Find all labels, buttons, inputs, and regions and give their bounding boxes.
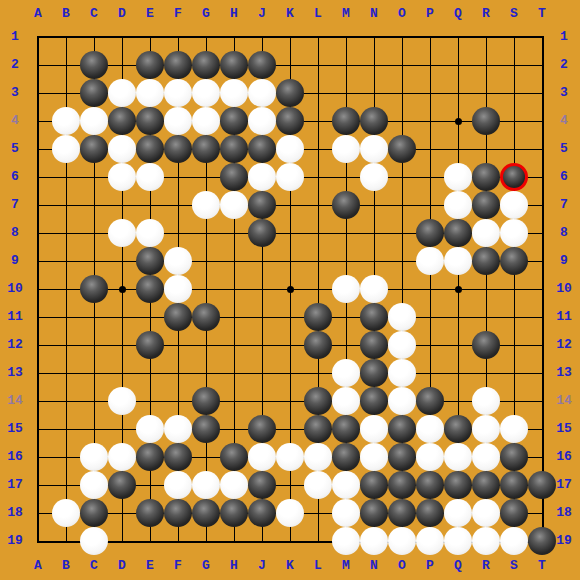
- white-stone-F3[interactable]: [164, 79, 192, 107]
- black-stone-R4[interactable]: [472, 107, 500, 135]
- white-stone-N6[interactable]: [360, 163, 388, 191]
- row-label-left-6: 6: [0, 169, 30, 185]
- row-label-left-3: 3: [0, 85, 30, 101]
- black-stone-N11[interactable]: [360, 303, 388, 331]
- col-label-bottom-F: F: [164, 558, 192, 574]
- black-stone-O5[interactable]: [388, 135, 416, 163]
- white-stone-L17[interactable]: [304, 471, 332, 499]
- black-stone-P8[interactable]: [416, 219, 444, 247]
- col-label-bottom-E: E: [136, 558, 164, 574]
- row-label-right-9: 9: [549, 253, 579, 269]
- white-stone-S7[interactable]: [500, 191, 528, 219]
- black-stone-T17[interactable]: [528, 471, 556, 499]
- black-stone-M7[interactable]: [332, 191, 360, 219]
- black-stone-C18[interactable]: [80, 499, 108, 527]
- row-label-left-16: 16: [0, 449, 30, 465]
- white-stone-M19[interactable]: [332, 527, 360, 555]
- row-label-right-18: 18: [549, 505, 579, 521]
- black-stone-H16[interactable]: [220, 443, 248, 471]
- row-label-right-5: 5: [549, 141, 579, 157]
- col-label-bottom-S: S: [500, 558, 528, 574]
- black-stone-R17[interactable]: [472, 471, 500, 499]
- white-stone-Q16[interactable]: [444, 443, 472, 471]
- star-point-K10: [287, 286, 294, 293]
- black-stone-K4[interactable]: [276, 107, 304, 135]
- white-stone-C19[interactable]: [80, 527, 108, 555]
- black-stone-J18[interactable]: [248, 499, 276, 527]
- black-stone-L12[interactable]: [304, 331, 332, 359]
- row-label-right-1: 1: [549, 29, 579, 45]
- black-stone-O16[interactable]: [388, 443, 416, 471]
- white-stone-R18[interactable]: [472, 499, 500, 527]
- black-stone-H18[interactable]: [220, 499, 248, 527]
- white-stone-C17[interactable]: [80, 471, 108, 499]
- white-stone-N16[interactable]: [360, 443, 388, 471]
- black-stone-E4[interactable]: [136, 107, 164, 135]
- go-board: AABBCCDDEEFFGGHHJJKKLLMMNNOOPPQQRRSSTT11…: [0, 0, 580, 580]
- black-stone-Q8[interactable]: [444, 219, 472, 247]
- col-label-top-D: D: [108, 6, 136, 22]
- white-stone-S8[interactable]: [500, 219, 528, 247]
- col-label-bottom-C: C: [80, 558, 108, 574]
- black-stone-J15[interactable]: [248, 415, 276, 443]
- col-label-top-B: B: [52, 6, 80, 22]
- white-stone-J6[interactable]: [248, 163, 276, 191]
- black-stone-H6[interactable]: [220, 163, 248, 191]
- col-label-top-S: S: [500, 6, 528, 22]
- black-stone-G11[interactable]: [192, 303, 220, 331]
- black-stone-N12[interactable]: [360, 331, 388, 359]
- white-stone-P19[interactable]: [416, 527, 444, 555]
- white-stone-M13[interactable]: [332, 359, 360, 387]
- col-label-bottom-K: K: [276, 558, 304, 574]
- row-label-left-10: 10: [0, 281, 30, 297]
- black-stone-T19[interactable]: [528, 527, 556, 555]
- col-label-top-L: L: [304, 6, 332, 22]
- black-stone-J8[interactable]: [248, 219, 276, 247]
- row-label-right-10: 10: [549, 281, 579, 297]
- black-stone-C2[interactable]: [80, 51, 108, 79]
- black-stone-R7[interactable]: [472, 191, 500, 219]
- white-stone-Q18[interactable]: [444, 499, 472, 527]
- row-label-left-13: 13: [0, 365, 30, 381]
- black-stone-E16[interactable]: [136, 443, 164, 471]
- white-stone-F15[interactable]: [164, 415, 192, 443]
- black-stone-N18[interactable]: [360, 499, 388, 527]
- row-label-right-14: 14: [549, 393, 579, 409]
- col-label-bottom-Q: Q: [444, 558, 472, 574]
- star-point-Q4: [455, 118, 462, 125]
- black-stone-C3[interactable]: [80, 79, 108, 107]
- black-stone-M15[interactable]: [332, 415, 360, 443]
- white-stone-E8[interactable]: [136, 219, 164, 247]
- white-stone-H7[interactable]: [220, 191, 248, 219]
- white-stone-J4[interactable]: [248, 107, 276, 135]
- white-stone-E6[interactable]: [136, 163, 164, 191]
- white-stone-M10[interactable]: [332, 275, 360, 303]
- white-stone-O13[interactable]: [388, 359, 416, 387]
- col-label-bottom-D: D: [108, 558, 136, 574]
- black-stone-N14[interactable]: [360, 387, 388, 415]
- white-stone-O12[interactable]: [388, 331, 416, 359]
- black-stone-N13[interactable]: [360, 359, 388, 387]
- black-stone-Q15[interactable]: [444, 415, 472, 443]
- row-label-right-2: 2: [549, 57, 579, 73]
- white-stone-N5[interactable]: [360, 135, 388, 163]
- black-stone-L15[interactable]: [304, 415, 332, 443]
- black-stone-J17[interactable]: [248, 471, 276, 499]
- black-stone-E10[interactable]: [136, 275, 164, 303]
- white-stone-B18[interactable]: [52, 499, 80, 527]
- white-stone-E3[interactable]: [136, 79, 164, 107]
- col-label-bottom-L: L: [304, 558, 332, 574]
- col-label-top-O: O: [388, 6, 416, 22]
- white-stone-K16[interactable]: [276, 443, 304, 471]
- row-label-left-7: 7: [0, 197, 30, 213]
- col-label-bottom-H: H: [220, 558, 248, 574]
- white-stone-O19[interactable]: [388, 527, 416, 555]
- row-label-left-8: 8: [0, 225, 30, 241]
- black-stone-Q17[interactable]: [444, 471, 472, 499]
- col-label-top-H: H: [220, 6, 248, 22]
- black-stone-M16[interactable]: [332, 443, 360, 471]
- row-label-right-3: 3: [549, 85, 579, 101]
- white-stone-B4[interactable]: [52, 107, 80, 135]
- col-label-bottom-B: B: [52, 558, 80, 574]
- white-stone-D14[interactable]: [108, 387, 136, 415]
- white-stone-J16[interactable]: [248, 443, 276, 471]
- col-label-top-K: K: [276, 6, 304, 22]
- black-stone-P18[interactable]: [416, 499, 444, 527]
- black-stone-M4[interactable]: [332, 107, 360, 135]
- black-stone-F16[interactable]: [164, 443, 192, 471]
- white-stone-D3[interactable]: [108, 79, 136, 107]
- black-stone-D17[interactable]: [108, 471, 136, 499]
- white-stone-Q6[interactable]: [444, 163, 472, 191]
- white-stone-N15[interactable]: [360, 415, 388, 443]
- black-stone-S18[interactable]: [500, 499, 528, 527]
- row-label-right-7: 7: [549, 197, 579, 213]
- white-stone-M5[interactable]: [332, 135, 360, 163]
- white-stone-P15[interactable]: [416, 415, 444, 443]
- white-stone-R8[interactable]: [472, 219, 500, 247]
- row-label-left-4: 4: [0, 113, 30, 129]
- white-stone-C16[interactable]: [80, 443, 108, 471]
- white-stone-M18[interactable]: [332, 499, 360, 527]
- row-label-left-1: 1: [0, 29, 30, 45]
- white-stone-H3[interactable]: [220, 79, 248, 107]
- white-stone-F4[interactable]: [164, 107, 192, 135]
- row-label-left-15: 15: [0, 421, 30, 437]
- white-stone-D5[interactable]: [108, 135, 136, 163]
- white-stone-G17[interactable]: [192, 471, 220, 499]
- row-label-right-15: 15: [549, 421, 579, 437]
- col-label-top-M: M: [332, 6, 360, 22]
- black-stone-S9[interactable]: [500, 247, 528, 275]
- white-stone-P9[interactable]: [416, 247, 444, 275]
- row-label-left-12: 12: [0, 337, 30, 353]
- black-stone-C10[interactable]: [80, 275, 108, 303]
- col-label-bottom-P: P: [416, 558, 444, 574]
- black-stone-S6[interactable]: [500, 163, 528, 191]
- black-stone-J7[interactable]: [248, 191, 276, 219]
- black-stone-H4[interactable]: [220, 107, 248, 135]
- white-stone-D6[interactable]: [108, 163, 136, 191]
- black-stone-E18[interactable]: [136, 499, 164, 527]
- white-stone-E15[interactable]: [136, 415, 164, 443]
- col-label-bottom-G: G: [192, 558, 220, 574]
- row-label-left-5: 5: [0, 141, 30, 157]
- black-stone-E12[interactable]: [136, 331, 164, 359]
- star-point-D10: [119, 286, 126, 293]
- white-stone-Q7[interactable]: [444, 191, 472, 219]
- col-label-bottom-N: N: [360, 558, 388, 574]
- row-label-right-4: 4: [549, 113, 579, 129]
- col-label-top-R: R: [472, 6, 500, 22]
- star-point-Q10: [455, 286, 462, 293]
- white-stone-G4[interactable]: [192, 107, 220, 135]
- black-stone-F11[interactable]: [164, 303, 192, 331]
- col-label-bottom-O: O: [388, 558, 416, 574]
- row-label-left-2: 2: [0, 57, 30, 73]
- white-stone-J3[interactable]: [248, 79, 276, 107]
- black-stone-E2[interactable]: [136, 51, 164, 79]
- black-stone-J2[interactable]: [248, 51, 276, 79]
- col-label-bottom-R: R: [472, 558, 500, 574]
- row-label-left-17: 17: [0, 477, 30, 493]
- black-stone-K3[interactable]: [276, 79, 304, 107]
- white-stone-D16[interactable]: [108, 443, 136, 471]
- white-stone-G7[interactable]: [192, 191, 220, 219]
- white-stone-R19[interactable]: [472, 527, 500, 555]
- white-stone-Q9[interactable]: [444, 247, 472, 275]
- white-stone-C4[interactable]: [80, 107, 108, 135]
- white-stone-F17[interactable]: [164, 471, 192, 499]
- white-stone-N19[interactable]: [360, 527, 388, 555]
- white-stone-L16[interactable]: [304, 443, 332, 471]
- white-stone-Q19[interactable]: [444, 527, 472, 555]
- row-label-right-12: 12: [549, 337, 579, 353]
- col-label-top-E: E: [136, 6, 164, 22]
- black-stone-R6[interactable]: [472, 163, 500, 191]
- black-stone-H2[interactable]: [220, 51, 248, 79]
- black-stone-F5[interactable]: [164, 135, 192, 163]
- row-label-left-19: 19: [0, 533, 30, 549]
- black-stone-H5[interactable]: [220, 135, 248, 163]
- white-stone-R14[interactable]: [472, 387, 500, 415]
- black-stone-E5[interactable]: [136, 135, 164, 163]
- black-stone-O15[interactable]: [388, 415, 416, 443]
- white-stone-O11[interactable]: [388, 303, 416, 331]
- row-label-right-11: 11: [549, 309, 579, 325]
- row-label-left-9: 9: [0, 253, 30, 269]
- black-stone-L11[interactable]: [304, 303, 332, 331]
- black-stone-S16[interactable]: [500, 443, 528, 471]
- row-label-left-14: 14: [0, 393, 30, 409]
- black-stone-P17[interactable]: [416, 471, 444, 499]
- white-stone-O14[interactable]: [388, 387, 416, 415]
- row-label-right-6: 6: [549, 169, 579, 185]
- black-stone-N17[interactable]: [360, 471, 388, 499]
- col-label-top-F: F: [164, 6, 192, 22]
- col-label-top-G: G: [192, 6, 220, 22]
- white-stone-B5[interactable]: [52, 135, 80, 163]
- row-label-right-16: 16: [549, 449, 579, 465]
- white-stone-S19[interactable]: [500, 527, 528, 555]
- white-stone-R15[interactable]: [472, 415, 500, 443]
- white-stone-R16[interactable]: [472, 443, 500, 471]
- col-label-top-P: P: [416, 6, 444, 22]
- black-stone-O17[interactable]: [388, 471, 416, 499]
- white-stone-M17[interactable]: [332, 471, 360, 499]
- black-stone-E9[interactable]: [136, 247, 164, 275]
- white-stone-F10[interactable]: [164, 275, 192, 303]
- col-label-bottom-A: A: [24, 558, 52, 574]
- white-stone-N10[interactable]: [360, 275, 388, 303]
- black-stone-F2[interactable]: [164, 51, 192, 79]
- white-stone-K5[interactable]: [276, 135, 304, 163]
- white-stone-G3[interactable]: [192, 79, 220, 107]
- col-label-bottom-T: T: [528, 558, 556, 574]
- row-label-left-11: 11: [0, 309, 30, 325]
- white-stone-M14[interactable]: [332, 387, 360, 415]
- black-stone-G5[interactable]: [192, 135, 220, 163]
- row-label-left-18: 18: [0, 505, 30, 521]
- black-stone-D4[interactable]: [108, 107, 136, 135]
- white-stone-D8[interactable]: [108, 219, 136, 247]
- black-stone-C5[interactable]: [80, 135, 108, 163]
- black-stone-G14[interactable]: [192, 387, 220, 415]
- black-stone-P14[interactable]: [416, 387, 444, 415]
- white-stone-F9[interactable]: [164, 247, 192, 275]
- col-label-top-A: A: [24, 6, 52, 22]
- black-stone-R9[interactable]: [472, 247, 500, 275]
- col-label-top-N: N: [360, 6, 388, 22]
- white-stone-K18[interactable]: [276, 499, 304, 527]
- white-stone-P16[interactable]: [416, 443, 444, 471]
- black-stone-L14[interactable]: [304, 387, 332, 415]
- black-stone-J5[interactable]: [248, 135, 276, 163]
- white-stone-K6[interactable]: [276, 163, 304, 191]
- col-label-top-C: C: [80, 6, 108, 22]
- row-label-right-8: 8: [549, 225, 579, 241]
- black-stone-F18[interactable]: [164, 499, 192, 527]
- row-label-right-13: 13: [549, 365, 579, 381]
- black-stone-G15[interactable]: [192, 415, 220, 443]
- col-label-top-J: J: [248, 6, 276, 22]
- col-label-top-Q: Q: [444, 6, 472, 22]
- black-stone-O18[interactable]: [388, 499, 416, 527]
- white-stone-H17[interactable]: [220, 471, 248, 499]
- black-stone-S17[interactable]: [500, 471, 528, 499]
- black-stone-G2[interactable]: [192, 51, 220, 79]
- black-stone-G18[interactable]: [192, 499, 220, 527]
- col-label-top-T: T: [528, 6, 556, 22]
- black-stone-R12[interactable]: [472, 331, 500, 359]
- black-stone-N4[interactable]: [360, 107, 388, 135]
- col-label-bottom-M: M: [332, 558, 360, 574]
- col-label-bottom-J: J: [248, 558, 276, 574]
- white-stone-S15[interactable]: [500, 415, 528, 443]
